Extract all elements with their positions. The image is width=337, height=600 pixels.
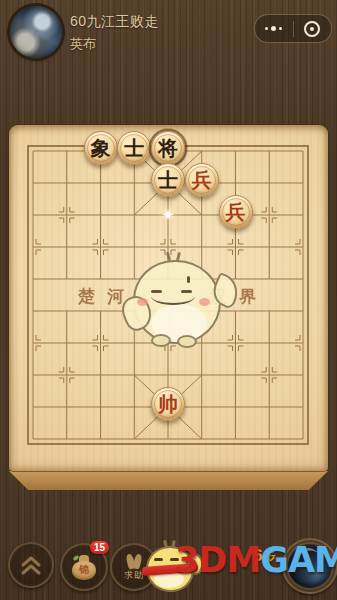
expand-menu-button[interactable] xyxy=(8,542,54,588)
chevron-up-icon xyxy=(16,552,46,578)
close-target-icon xyxy=(304,21,320,37)
mascot-eye xyxy=(181,290,192,293)
hint-sparkle-icon[interactable]: ✦ xyxy=(158,205,178,225)
piece-将[interactable]: 将 xyxy=(151,131,185,165)
mascot-eye xyxy=(154,558,163,561)
close-button[interactable] xyxy=(294,15,332,42)
piece-兵[interactable]: 兵 xyxy=(185,163,219,197)
chick-mascot xyxy=(125,248,233,348)
more-dots-icon xyxy=(265,26,282,31)
piece-士[interactable]: 士 xyxy=(151,163,185,197)
app-screen: 60九江王败走 英布 楚河 汉界 xyxy=(0,0,337,600)
footer-bar: 锦 15 求助 6步 3DMGAME xyxy=(0,530,337,600)
header-bar: 60九江王败走 英布 xyxy=(0,0,337,62)
puzzle-title: 60九江王败走 xyxy=(70,12,159,30)
hint-count-badge: 15 xyxy=(90,541,109,554)
miniprogram-capsule xyxy=(254,14,332,43)
title-block: 60九江王败走 英布 xyxy=(70,12,159,52)
watermark: 3DMGAME xyxy=(175,540,337,580)
xiangqi-board[interactable]: 楚河 汉界 象士将士兵兵帅 ✦ xyxy=(9,125,328,471)
hint-bag-button[interactable]: 锦 15 xyxy=(60,543,108,591)
player-avatar[interactable] xyxy=(10,6,62,58)
puzzle-subtitle: 英布 xyxy=(70,35,159,52)
money-bag-icon: 锦 xyxy=(71,555,97,580)
piece-象[interactable]: 象 xyxy=(84,131,118,165)
piece-帅[interactable]: 帅 xyxy=(151,387,185,421)
piece-士[interactable]: 士 xyxy=(117,131,151,165)
board-edge-bevel xyxy=(9,471,328,490)
mascot-eye xyxy=(151,290,162,293)
piece-兵[interactable]: 兵 xyxy=(219,195,253,229)
more-button[interactable] xyxy=(255,15,293,42)
